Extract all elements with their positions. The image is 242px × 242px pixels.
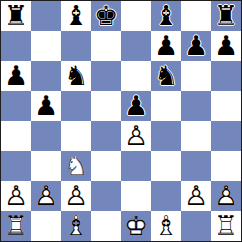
black-pawn-icon[interactable]: ♟ <box>211 31 241 61</box>
piece-outline: ♘ <box>61 151 91 181</box>
white-pawn-icon[interactable]: ♟♙ <box>1 181 31 211</box>
square-a7[interactable] <box>1 31 31 61</box>
square-d7[interactable] <box>91 31 121 61</box>
square-c7[interactable] <box>61 31 91 61</box>
square-h3[interactable] <box>211 151 241 181</box>
square-e5[interactable]: ♟ <box>121 91 151 121</box>
square-f5[interactable] <box>151 91 181 121</box>
square-g1[interactable] <box>181 211 211 241</box>
square-e6[interactable] <box>121 61 151 91</box>
square-b2[interactable]: ♟♙ <box>31 181 61 211</box>
piece-outline: ♖ <box>1 211 31 241</box>
square-a4[interactable] <box>1 121 31 151</box>
square-d6[interactable] <box>91 61 121 91</box>
square-a1[interactable]: ♜♖ <box>1 211 31 241</box>
square-g5[interactable] <box>181 91 211 121</box>
square-d1[interactable] <box>91 211 121 241</box>
black-pawn-icon[interactable]: ♟ <box>181 31 211 61</box>
white-rook-icon[interactable]: ♜♖ <box>1 211 31 241</box>
square-c6[interactable]: ♞ <box>61 61 91 91</box>
white-pawn-icon[interactable]: ♟♙ <box>211 181 241 211</box>
square-d4[interactable] <box>91 121 121 151</box>
piece-outline: ♙ <box>121 121 151 151</box>
square-a5[interactable] <box>1 91 31 121</box>
piece-outline: ♙ <box>211 181 241 211</box>
square-b4[interactable] <box>31 121 61 151</box>
square-e4[interactable]: ♟♙ <box>121 121 151 151</box>
white-pawn-icon[interactable]: ♟♙ <box>61 181 91 211</box>
square-a2[interactable]: ♟♙ <box>1 181 31 211</box>
square-g4[interactable] <box>181 121 211 151</box>
square-h1[interactable]: ♜♖ <box>211 211 241 241</box>
square-d5[interactable] <box>91 91 121 121</box>
square-e1[interactable]: ♚♔ <box>121 211 151 241</box>
black-knight-icon[interactable]: ♞ <box>61 61 91 91</box>
square-f1[interactable]: ♝♗ <box>151 211 181 241</box>
piece-outline: ♔ <box>121 211 151 241</box>
square-h5[interactable] <box>211 91 241 121</box>
black-bishop-icon[interactable]: ♝ <box>61 1 91 31</box>
square-e2[interactable] <box>121 181 151 211</box>
square-a3[interactable] <box>1 151 31 181</box>
square-f6[interactable]: ♞ <box>151 61 181 91</box>
white-bishop-icon[interactable]: ♝♗ <box>61 211 91 241</box>
square-c2[interactable]: ♟♙ <box>61 181 91 211</box>
white-pawn-icon[interactable]: ♟♙ <box>121 121 151 151</box>
piece-outline: ♗ <box>151 211 181 241</box>
white-king-icon[interactable]: ♚♔ <box>121 211 151 241</box>
square-f7[interactable]: ♟ <box>151 31 181 61</box>
square-g6[interactable] <box>181 61 211 91</box>
square-c8[interactable]: ♝ <box>61 1 91 31</box>
white-bishop-icon[interactable]: ♝♗ <box>151 211 181 241</box>
square-c1[interactable]: ♝♗ <box>61 211 91 241</box>
square-h7[interactable]: ♟ <box>211 31 241 61</box>
square-a8[interactable]: ♜ <box>1 1 31 31</box>
black-pawn-icon[interactable]: ♟ <box>1 61 31 91</box>
square-h6[interactable] <box>211 61 241 91</box>
square-c4[interactable] <box>61 121 91 151</box>
white-knight-icon[interactable]: ♞♘ <box>61 151 91 181</box>
square-f2[interactable] <box>151 181 181 211</box>
piece-outline: ♙ <box>61 181 91 211</box>
square-c3[interactable]: ♞♘ <box>61 151 91 181</box>
square-b6[interactable] <box>31 61 61 91</box>
square-g8[interactable] <box>181 1 211 31</box>
chess-board: ♜♝♚♝♜♟♟♟♟♞♞♟♟♟♙♞♘♟♙♟♙♟♙♟♙♟♙♜♖♝♗♚♔♝♗♜♖ <box>0 0 242 242</box>
white-rook-icon[interactable]: ♜♖ <box>211 211 241 241</box>
square-d8[interactable]: ♚ <box>91 1 121 31</box>
square-e7[interactable] <box>121 31 151 61</box>
square-g2[interactable]: ♟♙ <box>181 181 211 211</box>
square-c5[interactable] <box>61 91 91 121</box>
square-a6[interactable]: ♟ <box>1 61 31 91</box>
square-h4[interactable] <box>211 121 241 151</box>
square-g3[interactable] <box>181 151 211 181</box>
black-pawn-icon[interactable]: ♟ <box>121 91 151 121</box>
square-b8[interactable] <box>31 1 61 31</box>
piece-outline: ♙ <box>181 181 211 211</box>
black-bishop-icon[interactable]: ♝ <box>151 1 181 31</box>
white-pawn-icon[interactable]: ♟♙ <box>181 181 211 211</box>
black-king-icon[interactable]: ♚ <box>91 1 121 31</box>
black-rook-icon[interactable]: ♜ <box>1 1 31 31</box>
white-pawn-icon[interactable]: ♟♙ <box>31 181 61 211</box>
square-b1[interactable] <box>31 211 61 241</box>
square-d2[interactable] <box>91 181 121 211</box>
square-b3[interactable] <box>31 151 61 181</box>
square-e3[interactable] <box>121 151 151 181</box>
square-b5[interactable]: ♟ <box>31 91 61 121</box>
square-d3[interactable] <box>91 151 121 181</box>
square-e8[interactable] <box>121 1 151 31</box>
square-f3[interactable] <box>151 151 181 181</box>
square-h2[interactable]: ♟♙ <box>211 181 241 211</box>
square-g7[interactable]: ♟ <box>181 31 211 61</box>
black-knight-icon[interactable]: ♞ <box>151 61 181 91</box>
square-h8[interactable]: ♜ <box>211 1 241 31</box>
black-pawn-icon[interactable]: ♟ <box>151 31 181 61</box>
square-f8[interactable]: ♝ <box>151 1 181 31</box>
black-pawn-icon[interactable]: ♟ <box>31 91 61 121</box>
black-rook-icon[interactable]: ♜ <box>211 1 241 31</box>
piece-outline: ♙ <box>1 181 31 211</box>
square-b7[interactable] <box>31 31 61 61</box>
piece-outline: ♙ <box>31 181 61 211</box>
square-f4[interactable] <box>151 121 181 151</box>
piece-outline: ♗ <box>61 211 91 241</box>
piece-outline: ♖ <box>211 211 241 241</box>
